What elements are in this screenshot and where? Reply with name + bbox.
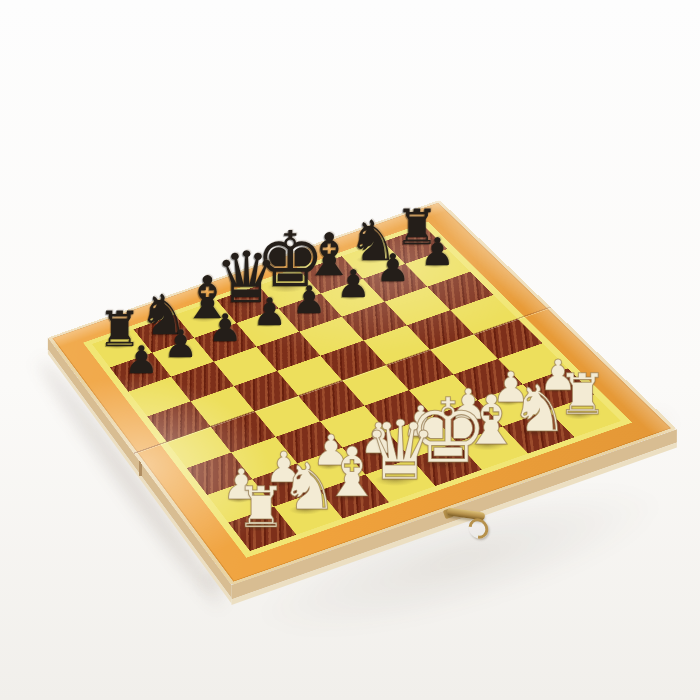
piece-black-pawn-e7[interactable]: ♟ xyxy=(292,281,326,319)
piece-black-pawn-b7[interactable]: ♟ xyxy=(164,325,198,363)
piece-white-rook-a1[interactable]: ♜ xyxy=(236,480,287,536)
piece-black-pawn-d7[interactable]: ♟ xyxy=(252,293,286,331)
piece-black-pawn-c7[interactable]: ♟ xyxy=(208,309,242,347)
piece-black-pawn-h7[interactable]: ♟ xyxy=(420,233,454,271)
piece-white-knight-b1[interactable]: ♞ xyxy=(280,455,338,520)
photo-scene: ♜♞♝♛♚♝♞♜♟♟♟♟♟♟♟♟♟♟♟♟♟♟♟♟♜♞♝♛♚♝♞♜ xyxy=(0,0,700,700)
piece-black-pawn-f7[interactable]: ♟ xyxy=(336,265,370,303)
clasp-hook[interactable] xyxy=(465,514,493,542)
piece-black-pawn-a7[interactable]: ♟ xyxy=(124,341,158,379)
piece-layer: ♜♞♝♛♚♝♞♜♟♟♟♟♟♟♟♟♟♟♟♟♟♟♟♟♜♞♝♛♚♝♞♜ xyxy=(0,0,700,700)
piece-black-pawn-g7[interactable]: ♟ xyxy=(376,249,410,287)
clasp-latch[interactable] xyxy=(444,504,496,544)
